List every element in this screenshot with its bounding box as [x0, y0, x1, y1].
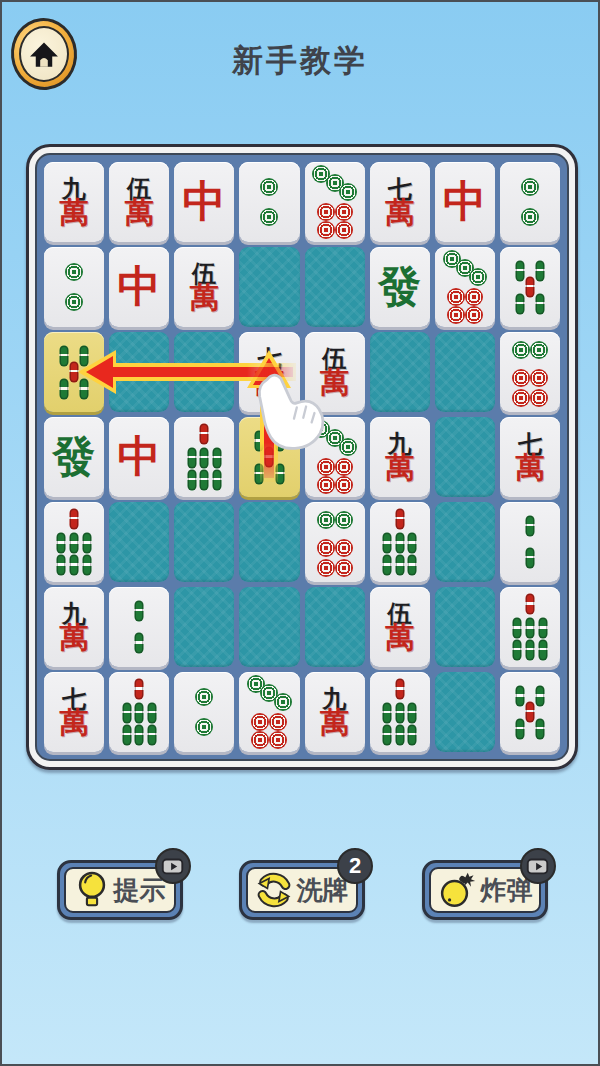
tile-seven-bamboo[interactable]: [500, 587, 560, 667]
tile-red-dragon[interactable]: 中: [109, 247, 169, 327]
tile-two-bamboo[interactable]: [109, 587, 169, 667]
empty-cell: [239, 587, 299, 667]
page-title: 新手教学: [2, 40, 598, 82]
bomb-button[interactable]: 炸弹: [422, 860, 548, 920]
tile-nine-characters[interactable]: 九萬: [44, 587, 104, 667]
tile-red-dragon[interactable]: 中: [109, 417, 169, 497]
empty-cell: [239, 247, 299, 327]
tile-two-dots[interactable]: [500, 162, 560, 242]
empty-cell: [435, 417, 495, 497]
tile-green-dragon[interactable]: 發: [44, 417, 104, 497]
tile-red-dragon[interactable]: 中: [174, 162, 234, 242]
tile-seven-dots[interactable]: [305, 417, 365, 497]
tile-seven-bamboo[interactable]: [174, 417, 234, 497]
empty-cell: [109, 502, 169, 582]
tile-seven-dots[interactable]: [239, 672, 299, 752]
tile-two-dots[interactable]: [44, 247, 104, 327]
empty-cell: [370, 332, 430, 412]
tile-green-dragon[interactable]: 發: [370, 247, 430, 327]
tile-six-dots[interactable]: [500, 332, 560, 412]
empty-cell: [239, 502, 299, 582]
hint-button-label: 提示: [114, 873, 166, 908]
app-screen: 新手教学 九萬伍萬中七萬中中伍萬發七萬伍萬發中九萬七萬九萬伍萬七萬九萬: [0, 0, 600, 1066]
tile-red-dragon[interactable]: 中: [435, 162, 495, 242]
hint-ad-badge[interactable]: [155, 848, 191, 884]
empty-cell: [435, 502, 495, 582]
tile-nine-characters[interactable]: 九萬: [44, 162, 104, 242]
game-board: 九萬伍萬中七萬中中伍萬發七萬伍萬發中九萬七萬九萬伍萬七萬九萬: [26, 144, 578, 770]
tile-seven-bamboo[interactable]: [370, 502, 430, 582]
bomb-ad-badge[interactable]: [520, 848, 556, 884]
video-play-icon: [525, 853, 551, 879]
bomb-icon: [438, 870, 476, 910]
tile-six-dots[interactable]: [305, 502, 365, 582]
tile-seven-bamboo[interactable]: [109, 672, 169, 752]
tile-five-characters[interactable]: 伍萬: [370, 587, 430, 667]
empty-cell: [435, 587, 495, 667]
tile-seven-bamboo[interactable]: [370, 672, 430, 752]
tile-seven-characters[interactable]: 七萬: [500, 417, 560, 497]
shuffle-button[interactable]: 洗牌 2: [239, 860, 365, 920]
tile-nine-characters[interactable]: 九萬: [305, 672, 365, 752]
tile-seven-characters[interactable]: 七萬: [44, 672, 104, 752]
empty-cell: [305, 587, 365, 667]
tile-five-characters[interactable]: 伍萬: [305, 332, 365, 412]
hint-button[interactable]: 提示: [57, 860, 183, 920]
tile-two-bamboo[interactable]: [500, 502, 560, 582]
video-play-icon: [160, 853, 186, 879]
empty-cell: [174, 332, 234, 412]
tile-seven-dots[interactable]: [305, 162, 365, 242]
empty-cell: [435, 332, 495, 412]
empty-cell: [435, 672, 495, 752]
tile-five-characters[interactable]: 伍萬: [109, 162, 169, 242]
tile-nine-characters[interactable]: 九萬: [370, 417, 430, 497]
shuffle-icon: [256, 872, 292, 908]
tile-seven-characters[interactable]: 七萬: [239, 332, 299, 412]
lightbulb-icon: [75, 870, 109, 910]
tile-five-bamboo[interactable]: [500, 247, 560, 327]
tile-five-bamboo[interactable]: [500, 672, 560, 752]
empty-cell: [305, 247, 365, 327]
empty-cell: [174, 587, 234, 667]
tile-two-dots[interactable]: [174, 672, 234, 752]
tile-two-dots[interactable]: [239, 162, 299, 242]
tile-seven-bamboo[interactable]: [44, 502, 104, 582]
tile-five-bamboo[interactable]: [44, 332, 104, 412]
tile-seven-characters[interactable]: 七萬: [370, 162, 430, 242]
tile-five-bamboo[interactable]: [239, 417, 299, 497]
empty-cell: [174, 502, 234, 582]
tile-grid: 九萬伍萬中七萬中中伍萬發七萬伍萬發中九萬七萬九萬伍萬七萬九萬: [44, 162, 560, 752]
tile-five-characters[interactable]: 伍萬: [174, 247, 234, 327]
empty-cell: [109, 332, 169, 412]
shuffle-count-badge: 2: [337, 848, 373, 884]
tile-seven-dots[interactable]: [435, 247, 495, 327]
